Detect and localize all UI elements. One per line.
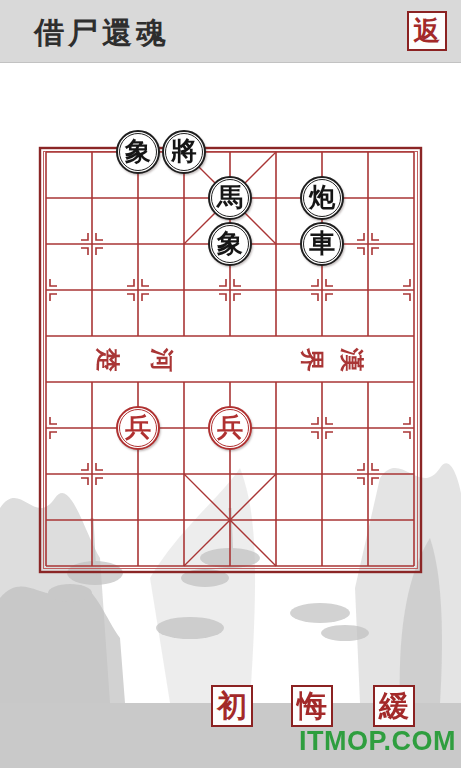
piece-black-炮[interactable]: 炮	[300, 176, 344, 220]
piece-glyph: 兵	[119, 409, 157, 447]
piece-red-兵[interactable]: 兵	[116, 406, 160, 450]
piece-glyph: 炮	[303, 179, 341, 217]
piece-black-車[interactable]: 車	[300, 222, 344, 266]
piece-glyph: 馬	[211, 179, 249, 217]
piece-red-兵[interactable]: 兵	[208, 406, 252, 450]
slow-button[interactable]: 緩	[373, 685, 415, 727]
piece-black-象[interactable]: 象	[116, 130, 160, 174]
piece-black-馬[interactable]: 馬	[208, 176, 252, 220]
piece-glyph: 將	[165, 133, 203, 171]
piece-glyph: 象	[211, 225, 249, 263]
piece-black-象[interactable]: 象	[208, 222, 252, 266]
pieces-layer: 象將馬炮象車兵兵	[23, 129, 437, 589]
piece-glyph: 兵	[211, 409, 249, 447]
site-watermark: ITMOP.COM	[299, 726, 456, 757]
restart-button[interactable]: 初	[211, 685, 253, 727]
piece-glyph: 象	[119, 133, 157, 171]
piece-black-將[interactable]: 將	[162, 130, 206, 174]
puzzle-title: 借尸還魂	[34, 13, 170, 54]
back-button[interactable]: 返	[407, 11, 447, 51]
undo-button[interactable]: 悔	[291, 685, 333, 727]
piece-glyph: 車	[303, 225, 341, 263]
header-bar: 借尸還魂 返	[0, 0, 461, 63]
